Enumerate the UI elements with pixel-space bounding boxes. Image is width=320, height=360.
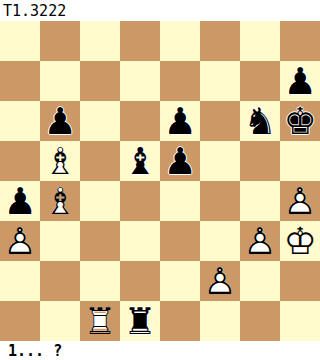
square-a8[interactable]	[0, 21, 40, 61]
move-prompt: 1... ?	[8, 342, 62, 360]
square-a4[interactable]: ♟	[0, 181, 40, 221]
square-a6[interactable]	[0, 101, 40, 141]
square-h8[interactable]	[280, 21, 320, 61]
piece-white-pawn[interactable]: ♟♙	[280, 181, 320, 221]
square-h7[interactable]: ♟	[280, 61, 320, 101]
square-g1[interactable]	[240, 301, 280, 341]
square-e1[interactable]	[160, 301, 200, 341]
square-g6[interactable]: ♞	[240, 101, 280, 141]
square-g4[interactable]	[240, 181, 280, 221]
square-c5[interactable]	[80, 141, 120, 181]
chess-board: ♟♟♟♞♚♝♗♝♟♟♝♗♟♙♟♙♟♙♚♔♟♙♜♖♜	[0, 21, 320, 341]
square-h5[interactable]	[280, 141, 320, 181]
square-d5[interactable]: ♝	[120, 141, 160, 181]
piece-black-bishop[interactable]: ♝	[120, 141, 160, 181]
square-d2[interactable]	[120, 261, 160, 301]
square-g7[interactable]	[240, 61, 280, 101]
square-e8[interactable]	[160, 21, 200, 61]
piece-white-rook[interactable]: ♜♖	[80, 301, 120, 341]
chess-puzzle-app: T1.3222 ♟♟♟♞♚♝♗♝♟♟♝♗♟♙♟♙♟♙♚♔♟♙♜♖♜ 1... ?	[0, 0, 320, 360]
square-b8[interactable]	[40, 21, 80, 61]
square-a1[interactable]	[0, 301, 40, 341]
square-d6[interactable]	[120, 101, 160, 141]
piece-white-bishop[interactable]: ♝♗	[40, 141, 80, 181]
square-a5[interactable]	[0, 141, 40, 181]
white-bishop-outline-layer: ♗	[40, 141, 80, 181]
white-king-outline-layer: ♔	[280, 221, 320, 261]
square-d7[interactable]	[120, 61, 160, 101]
square-e6[interactable]: ♟	[160, 101, 200, 141]
square-f5[interactable]	[200, 141, 240, 181]
piece-black-pawn[interactable]: ♟	[160, 141, 200, 181]
square-e7[interactable]	[160, 61, 200, 101]
square-e5[interactable]: ♟	[160, 141, 200, 181]
square-f3[interactable]	[200, 221, 240, 261]
square-e3[interactable]	[160, 221, 200, 261]
piece-white-pawn[interactable]: ♟♙	[240, 221, 280, 261]
square-d3[interactable]	[120, 221, 160, 261]
square-b6[interactable]: ♟	[40, 101, 80, 141]
square-a2[interactable]	[0, 261, 40, 301]
square-f2[interactable]: ♟♙	[200, 261, 240, 301]
square-c3[interactable]	[80, 221, 120, 261]
square-d4[interactable]	[120, 181, 160, 221]
square-c7[interactable]	[80, 61, 120, 101]
square-c8[interactable]	[80, 21, 120, 61]
square-g8[interactable]	[240, 21, 280, 61]
square-g5[interactable]	[240, 141, 280, 181]
square-f6[interactable]	[200, 101, 240, 141]
square-g3[interactable]: ♟♙	[240, 221, 280, 261]
square-b2[interactable]	[40, 261, 80, 301]
square-a7[interactable]	[0, 61, 40, 101]
square-f7[interactable]	[200, 61, 240, 101]
white-bishop-outline-layer: ♗	[40, 181, 80, 221]
piece-black-pawn[interactable]: ♟	[0, 181, 40, 221]
puzzle-footer: 1... ?	[0, 341, 320, 360]
piece-black-pawn[interactable]: ♟	[160, 101, 200, 141]
piece-white-king[interactable]: ♚♔	[280, 221, 320, 261]
square-b4[interactable]: ♝♗	[40, 181, 80, 221]
white-pawn-outline-layer: ♙	[280, 181, 320, 221]
square-e2[interactable]	[160, 261, 200, 301]
white-rook-outline-layer: ♖	[80, 301, 120, 341]
square-c2[interactable]	[80, 261, 120, 301]
square-c1[interactable]: ♜♖	[80, 301, 120, 341]
square-b3[interactable]	[40, 221, 80, 261]
white-pawn-outline-layer: ♙	[240, 221, 280, 261]
square-d1[interactable]: ♜	[120, 301, 160, 341]
square-b1[interactable]	[40, 301, 80, 341]
square-g2[interactable]	[240, 261, 280, 301]
square-h3[interactable]: ♚♔	[280, 221, 320, 261]
piece-white-pawn[interactable]: ♟♙	[0, 221, 40, 261]
square-a3[interactable]: ♟♙	[0, 221, 40, 261]
square-h2[interactable]	[280, 261, 320, 301]
square-h1[interactable]	[280, 301, 320, 341]
white-pawn-outline-layer: ♙	[0, 221, 40, 261]
piece-black-knight[interactable]: ♞	[240, 101, 280, 141]
square-f1[interactable]	[200, 301, 240, 341]
square-c4[interactable]	[80, 181, 120, 221]
square-c6[interactable]	[80, 101, 120, 141]
square-e4[interactable]	[160, 181, 200, 221]
piece-black-rook[interactable]: ♜	[120, 301, 160, 341]
square-d8[interactable]	[120, 21, 160, 61]
square-f4[interactable]	[200, 181, 240, 221]
square-h4[interactable]: ♟♙	[280, 181, 320, 221]
piece-white-pawn[interactable]: ♟♙	[200, 261, 240, 301]
square-b7[interactable]	[40, 61, 80, 101]
piece-black-king[interactable]: ♚	[280, 101, 320, 141]
puzzle-header: T1.3222	[0, 0, 320, 21]
piece-black-pawn[interactable]: ♟	[280, 61, 320, 101]
square-b5[interactable]: ♝♗	[40, 141, 80, 181]
puzzle-title: T1.3222	[3, 2, 66, 20]
white-pawn-outline-layer: ♙	[200, 261, 240, 301]
square-f8[interactable]	[200, 21, 240, 61]
square-h6[interactable]: ♚	[280, 101, 320, 141]
piece-black-pawn[interactable]: ♟	[40, 101, 80, 141]
piece-white-bishop[interactable]: ♝♗	[40, 181, 80, 221]
